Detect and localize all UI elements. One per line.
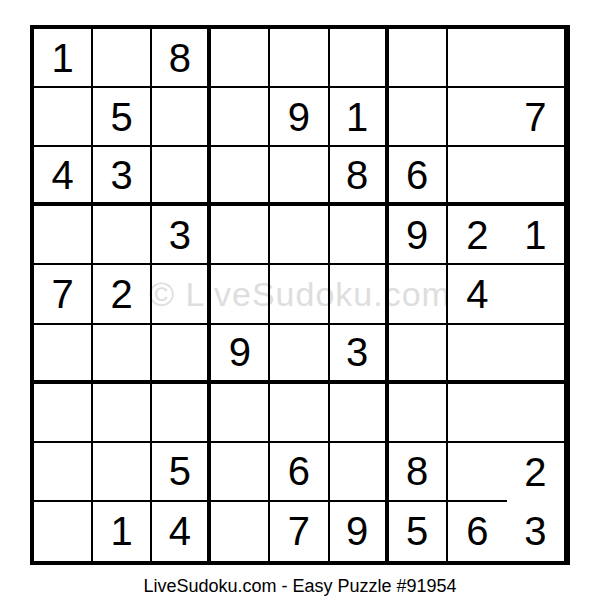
cell-r7c1[interactable]: [34, 384, 93, 443]
cell-r4c7[interactable]: 9: [389, 206, 448, 265]
cell-r5c7[interactable]: [389, 265, 448, 324]
cell-r1c7[interactable]: [389, 29, 448, 88]
cell-r6c3[interactable]: [152, 325, 211, 384]
puzzle-caption: LiveSudoku.com - Easy Puzzle #91954: [0, 576, 600, 597]
cell-r8c6[interactable]: [330, 443, 389, 502]
cell-r3c6[interactable]: 8: [330, 147, 389, 206]
cell-r3c7[interactable]: 6: [389, 147, 448, 206]
cell-r2c3[interactable]: [152, 88, 211, 147]
cell-r2c9[interactable]: 7: [507, 88, 566, 147]
cell-r1c2[interactable]: [93, 29, 152, 88]
cell-r8c2[interactable]: [93, 443, 152, 502]
cell-r9c3[interactable]: 4: [152, 502, 211, 561]
cell-r4c8[interactable]: 2: [448, 206, 507, 265]
cell-r9c9[interactable]: 3: [507, 502, 566, 561]
cell-r2c4[interactable]: [211, 88, 270, 147]
cell-r8c9[interactable]: 2: [507, 443, 566, 502]
cell-r8c1[interactable]: [34, 443, 93, 502]
cell-r2c6[interactable]: 1: [330, 88, 389, 147]
cell-r3c2[interactable]: 3: [93, 147, 152, 206]
cell-r8c5[interactable]: 6: [270, 443, 329, 502]
cell-r2c1[interactable]: [34, 88, 93, 147]
cell-r6c4[interactable]: 9: [211, 325, 270, 384]
cell-r6c7[interactable]: [389, 325, 448, 384]
cell-r4c3[interactable]: 3: [152, 206, 211, 265]
cell-r5c5[interactable]: [270, 265, 329, 324]
cell-r7c3[interactable]: [152, 384, 211, 443]
cell-r4c6[interactable]: [330, 206, 389, 265]
cell-r3c9[interactable]: [507, 147, 566, 206]
cell-r2c8[interactable]: [448, 88, 507, 147]
cell-r7c2[interactable]: [93, 384, 152, 443]
cell-r4c4[interactable]: [211, 206, 270, 265]
cell-r5c1[interactable]: 7: [34, 265, 93, 324]
sudoku-page: © LiveSudoku.com 18591743863921724935682…: [0, 25, 600, 615]
cell-r5c3[interactable]: [152, 265, 211, 324]
cell-r1c8[interactable]: [448, 29, 507, 88]
cell-r9c1[interactable]: [34, 502, 93, 561]
cell-r2c7[interactable]: [389, 88, 448, 147]
cell-r3c8[interactable]: [448, 147, 507, 206]
cell-r7c9[interactable]: [507, 384, 566, 443]
cell-r2c2[interactable]: 5: [93, 88, 152, 147]
cell-r7c7[interactable]: [389, 384, 448, 443]
cell-r5c2[interactable]: 2: [93, 265, 152, 324]
cell-r1c3[interactable]: 8: [152, 29, 211, 88]
cell-r9c8[interactable]: 6: [448, 502, 507, 561]
cell-r5c4[interactable]: [211, 265, 270, 324]
cell-r3c1[interactable]: 4: [34, 147, 93, 206]
cell-r5c9[interactable]: [507, 265, 566, 324]
cell-r1c6[interactable]: [330, 29, 389, 88]
cell-r4c5[interactable]: [270, 206, 329, 265]
cell-r7c6[interactable]: [330, 384, 389, 443]
cell-r6c2[interactable]: [93, 325, 152, 384]
cell-r1c1[interactable]: 1: [34, 29, 93, 88]
cell-r8c4[interactable]: [211, 443, 270, 502]
cell-r4c2[interactable]: [93, 206, 152, 265]
cell-r3c4[interactable]: [211, 147, 270, 206]
cell-r9c6[interactable]: 9: [330, 502, 389, 561]
cell-r8c7[interactable]: 8: [389, 443, 448, 502]
sudoku-board: © LiveSudoku.com 18591743863921724935682…: [30, 25, 570, 565]
cell-r6c1[interactable]: [34, 325, 93, 384]
cell-r8c3[interactable]: 5: [152, 443, 211, 502]
cell-r1c9[interactable]: [507, 29, 566, 88]
cell-r5c6[interactable]: [330, 265, 389, 324]
cell-r7c8[interactable]: [448, 384, 507, 443]
cell-r5c8[interactable]: 4: [448, 265, 507, 324]
cell-r8c8[interactable]: [448, 443, 507, 502]
cell-r1c5[interactable]: [270, 29, 329, 88]
cell-r6c5[interactable]: [270, 325, 329, 384]
cell-r9c4[interactable]: [211, 502, 270, 561]
cell-r1c4[interactable]: [211, 29, 270, 88]
cell-r7c5[interactable]: [270, 384, 329, 443]
cell-r3c5[interactable]: [270, 147, 329, 206]
cell-r9c5[interactable]: 7: [270, 502, 329, 561]
cell-r7c4[interactable]: [211, 384, 270, 443]
cell-r4c1[interactable]: [34, 206, 93, 265]
cell-r9c2[interactable]: 1: [93, 502, 152, 561]
cell-r2c5[interactable]: 9: [270, 88, 329, 147]
cell-r6c8[interactable]: [448, 325, 507, 384]
cell-r3c3[interactable]: [152, 147, 211, 206]
cell-r4c9[interactable]: 1: [507, 206, 566, 265]
cell-r6c6[interactable]: 3: [330, 325, 389, 384]
cell-r9c7[interactable]: 5: [389, 502, 448, 561]
cell-r6c9[interactable]: [507, 325, 566, 384]
